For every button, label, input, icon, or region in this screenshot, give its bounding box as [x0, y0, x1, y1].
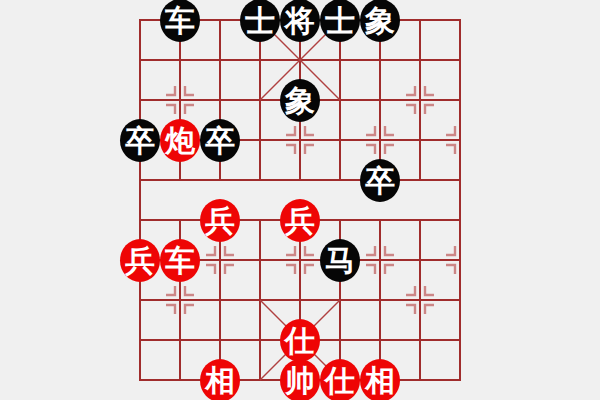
red-cannon[interactable]: 炮	[160, 119, 200, 162]
black-chariot[interactable]: 车	[160, 0, 200, 42]
black-elephant[interactable]: 象	[280, 79, 320, 122]
black-general[interactable]: 将	[280, 0, 320, 42]
red-advisor[interactable]: 仕	[280, 319, 320, 362]
red-soldier[interactable]: 兵	[200, 199, 240, 242]
black-horse[interactable]: 马	[320, 239, 360, 282]
black-soldier[interactable]: 卒	[360, 159, 400, 202]
pieces-layer: 车士将士象象卒炮卒卒兵兵兵车马仕相帅仕相	[0, 0, 600, 400]
black-elephant[interactable]: 象	[360, 0, 400, 42]
xiangqi-board: 车士将士象象卒炮卒卒兵兵兵车马仕相帅仕相	[0, 0, 600, 400]
black-soldier[interactable]: 卒	[200, 119, 240, 162]
black-advisor[interactable]: 士	[240, 0, 280, 42]
red-elephant[interactable]: 相	[360, 359, 400, 400]
red-advisor[interactable]: 仕	[320, 359, 360, 400]
red-chariot[interactable]: 车	[160, 239, 200, 282]
red-soldier[interactable]: 兵	[280, 199, 320, 242]
red-soldier[interactable]: 兵	[120, 239, 160, 282]
black-advisor[interactable]: 士	[320, 0, 360, 42]
black-soldier[interactable]: 卒	[120, 119, 160, 162]
red-general[interactable]: 帅	[280, 359, 320, 400]
red-elephant[interactable]: 相	[200, 359, 240, 400]
